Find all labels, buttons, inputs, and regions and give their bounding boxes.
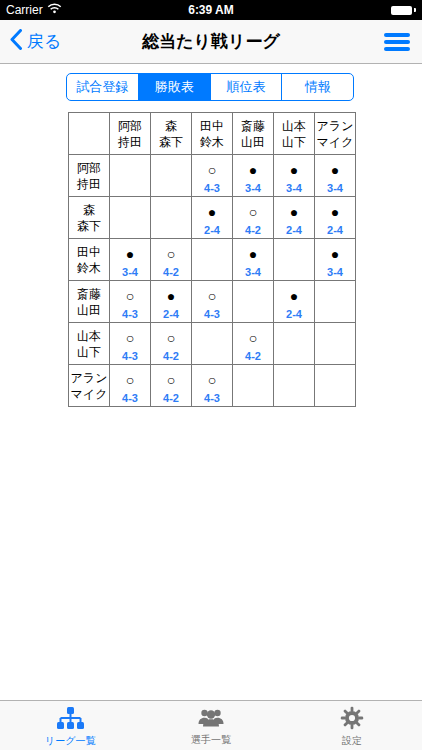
hamburger-menu-icon[interactable] [382, 29, 412, 55]
tabbar-item-settings[interactable]: 設定 [281, 701, 422, 750]
match-result-cell[interactable]: ○4-2 [233, 197, 274, 239]
self-match-cell [192, 239, 233, 281]
loss-mark: ● [274, 197, 314, 224]
back-button[interactable]: 戻る [10, 29, 61, 55]
bottom-tab-bar: リーグ一覧 選手一覧 [0, 700, 422, 750]
tab-results-grid[interactable]: 勝敗表 [138, 74, 210, 100]
corner-cell [69, 113, 110, 155]
table-row: 斎藤 山田○4-3●2-4○4-3●2-4 [69, 281, 356, 323]
match-score-link[interactable]: 3-4 [315, 182, 355, 196]
unplayed-match-cell [274, 239, 315, 281]
self-match-cell [233, 281, 274, 323]
match-result-cell[interactable]: ●3-4 [274, 155, 315, 197]
match-result-cell[interactable]: ●2-4 [315, 197, 356, 239]
match-score-link[interactable]: 4-3 [110, 350, 150, 364]
segmented-control: 試合登録 勝敗表 順位表 情報 [66, 73, 354, 101]
table-row: アラン マイク○4-3○4-2○4-3 [69, 365, 356, 407]
main-content: 試合登録 勝敗表 順位表 情報 阿部 持田森 森下田中 鈴木斎藤 山田山本 山下… [0, 64, 422, 700]
table-row: 森 森下●2-4○4-2●2-4●2-4 [69, 197, 356, 239]
match-score-link[interactable]: 4-2 [151, 350, 191, 364]
match-score-link[interactable]: 2-4 [274, 224, 314, 238]
match-score-link[interactable]: 4-3 [192, 182, 232, 196]
match-score-link[interactable]: 2-4 [315, 224, 355, 238]
self-match-cell [110, 155, 151, 197]
row-header: 森 森下 [69, 197, 110, 239]
match-score-link[interactable]: 2-4 [151, 308, 191, 322]
loss-mark: ● [151, 281, 191, 308]
loss-mark: ● [192, 197, 232, 224]
tab-info[interactable]: 情報 [281, 74, 353, 100]
match-score-link[interactable]: 4-2 [233, 224, 273, 238]
match-result-cell[interactable]: ○4-3 [192, 365, 233, 407]
tabbar-label-settings: 設定 [342, 734, 362, 748]
self-match-cell [151, 197, 192, 239]
results-table: 阿部 持田森 森下田中 鈴木斎藤 山田山本 山下アラン マイク 阿部 持田○4-… [68, 112, 356, 407]
row-header: 斎藤 山田 [69, 281, 110, 323]
match-score-link[interactable]: 4-3 [110, 392, 150, 406]
back-label: 戻る [27, 30, 61, 53]
match-score-link[interactable]: 4-2 [233, 350, 273, 364]
loss-mark: ● [274, 281, 314, 308]
match-result-cell[interactable]: ●3-4 [315, 155, 356, 197]
win-mark: ○ [151, 323, 191, 350]
win-mark: ○ [192, 281, 232, 308]
match-score-link[interactable]: 3-4 [110, 266, 150, 280]
people-group-icon [197, 707, 225, 731]
match-score-link[interactable]: 3-4 [233, 266, 273, 280]
match-result-cell[interactable]: ○4-2 [151, 239, 192, 281]
tabbar-item-players[interactable]: 選手一覧 [141, 701, 282, 750]
row-header: アラン マイク [69, 365, 110, 407]
match-score-link[interactable]: 4-3 [110, 308, 150, 322]
unplayed-match-cell [315, 281, 356, 323]
loss-mark: ● [233, 155, 273, 182]
table-row: 阿部 持田○4-3●3-4●3-4●3-4 [69, 155, 356, 197]
match-result-cell[interactable]: ●3-4 [233, 239, 274, 281]
match-score-link[interactable]: 4-3 [192, 308, 232, 322]
unplayed-match-cell [151, 155, 192, 197]
navigation-bar: 戻る 総当たり戦リーグ [0, 20, 422, 64]
loss-mark: ● [110, 239, 150, 266]
page-title: 総当たり戦リーグ [0, 30, 422, 53]
tabbar-item-leagues[interactable]: リーグ一覧 [0, 701, 141, 750]
column-header: 田中 鈴木 [192, 113, 233, 155]
match-result-cell[interactable]: ○4-3 [110, 365, 151, 407]
unplayed-match-cell [110, 197, 151, 239]
row-header: 田中 鈴木 [69, 239, 110, 281]
loss-mark: ● [233, 239, 273, 266]
win-mark: ○ [192, 155, 232, 182]
unplayed-match-cell [233, 365, 274, 407]
win-mark: ○ [110, 281, 150, 308]
match-result-cell[interactable]: ●3-4 [110, 239, 151, 281]
unplayed-match-cell [274, 365, 315, 407]
win-mark: ○ [110, 323, 150, 350]
sitemap-hierarchy-icon [57, 707, 84, 732]
unplayed-match-cell [315, 323, 356, 365]
win-mark: ○ [151, 239, 191, 266]
match-result-cell[interactable]: ●3-4 [315, 239, 356, 281]
match-score-link[interactable]: 3-4 [274, 182, 314, 196]
app-screen: Carrier 6:39 AM 戻る 総当たり戦リーグ [0, 0, 422, 750]
match-score-link[interactable]: 4-2 [151, 266, 191, 280]
self-match-cell [315, 365, 356, 407]
header-row: 阿部 持田森 森下田中 鈴木斎藤 山田山本 山下アラン マイク [69, 113, 356, 155]
gear-icon [340, 706, 364, 732]
match-score-link[interactable]: 3-4 [315, 266, 355, 280]
win-mark: ○ [233, 323, 273, 350]
match-result-cell[interactable]: ○4-2 [233, 323, 274, 365]
match-score-link[interactable]: 3-4 [233, 182, 273, 196]
match-result-cell[interactable]: ○4-3 [192, 281, 233, 323]
win-mark: ○ [110, 365, 150, 392]
match-result-cell[interactable]: ●3-4 [233, 155, 274, 197]
match-result-cell[interactable]: ●2-4 [192, 197, 233, 239]
tab-standings[interactable]: 順位表 [210, 74, 282, 100]
table-row: 田中 鈴木●3-4○4-2●3-4●3-4 [69, 239, 356, 281]
win-mark: ○ [233, 197, 273, 224]
match-result-cell[interactable]: ○4-3 [192, 155, 233, 197]
match-result-cell[interactable]: ●2-4 [274, 281, 315, 323]
clock: 6:39 AM [0, 3, 422, 17]
row-header: 阿部 持田 [69, 155, 110, 197]
column-header: 斎藤 山田 [233, 113, 274, 155]
match-result-cell[interactable]: ●2-4 [274, 197, 315, 239]
loss-mark: ● [315, 155, 355, 182]
unplayed-match-cell [192, 323, 233, 365]
status-bar: Carrier 6:39 AM [0, 0, 422, 20]
column-header: アラン マイク [315, 113, 356, 155]
loss-mark: ● [315, 197, 355, 224]
match-result-cell[interactable]: ○4-2 [151, 365, 192, 407]
column-header: 阿部 持田 [110, 113, 151, 155]
results-table-container: 阿部 持田森 森下田中 鈴木斎藤 山田山本 山下アラン マイク 阿部 持田○4-… [68, 112, 422, 407]
loss-mark: ● [274, 155, 314, 182]
match-result-cell[interactable]: ○4-2 [151, 323, 192, 365]
match-score-link[interactable]: 2-4 [192, 224, 232, 238]
tabbar-label-players: 選手一覧 [191, 733, 231, 747]
loss-mark: ● [315, 239, 355, 266]
match-result-cell[interactable]: ○4-3 [110, 323, 151, 365]
win-mark: ○ [151, 365, 191, 392]
match-score-link[interactable]: 2-4 [274, 308, 314, 322]
tabbar-label-leagues: リーグ一覧 [45, 734, 95, 748]
chevron-left-icon [10, 29, 22, 55]
tab-match-entry[interactable]: 試合登録 [67, 74, 138, 100]
match-result-cell[interactable]: ●2-4 [151, 281, 192, 323]
self-match-cell [274, 323, 315, 365]
match-score-link[interactable]: 4-2 [151, 392, 191, 406]
column-header: 森 森下 [151, 113, 192, 155]
match-score-link[interactable]: 4-3 [192, 392, 232, 406]
win-mark: ○ [192, 365, 232, 392]
column-header: 山本 山下 [274, 113, 315, 155]
table-row: 山本 山下○4-3○4-2○4-2 [69, 323, 356, 365]
match-result-cell[interactable]: ○4-3 [110, 281, 151, 323]
row-header: 山本 山下 [69, 323, 110, 365]
